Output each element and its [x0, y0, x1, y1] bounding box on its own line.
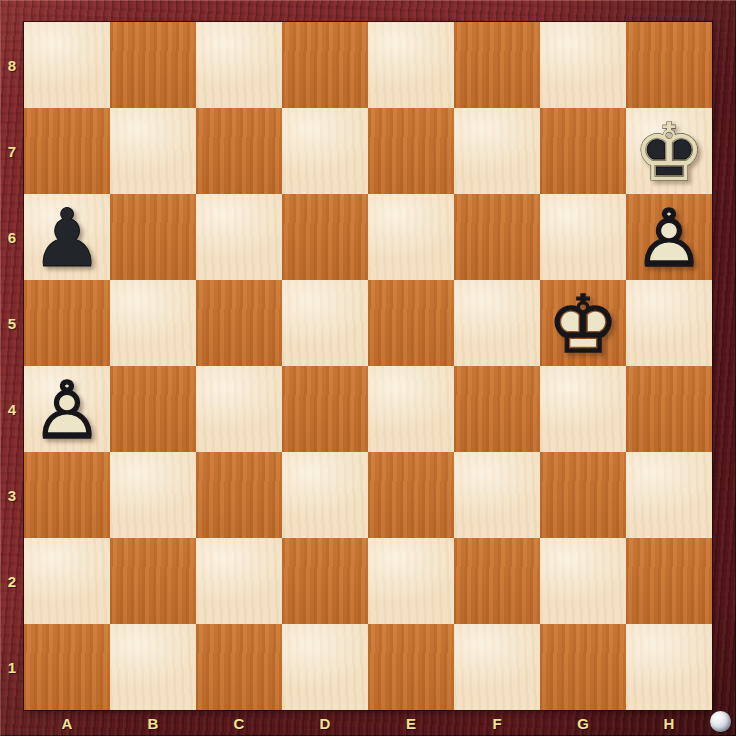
square-c8[interactable] [196, 22, 282, 108]
square-a4[interactable]: ♟♙ [24, 366, 110, 452]
square-g8[interactable] [540, 22, 626, 108]
rank-label-3: 3 [0, 452, 24, 538]
square-g7[interactable] [540, 108, 626, 194]
rank-label-4: 4 [0, 366, 24, 452]
file-label-c: C [196, 710, 282, 736]
square-e4[interactable] [368, 366, 454, 452]
square-d4[interactable] [282, 366, 368, 452]
square-c5[interactable] [196, 280, 282, 366]
square-h2[interactable] [626, 538, 712, 624]
square-f8[interactable] [454, 22, 540, 108]
file-label-h: H [626, 710, 712, 736]
square-b3[interactable] [110, 452, 196, 538]
chess-board: ♚♔♟♙♟♙♚♔♟♙ [24, 22, 712, 710]
square-g2[interactable] [540, 538, 626, 624]
square-f7[interactable] [454, 108, 540, 194]
square-c1[interactable] [196, 624, 282, 710]
square-b8[interactable] [110, 22, 196, 108]
pawn-glyph-outline: ♙ [626, 196, 712, 282]
square-a2[interactable] [24, 538, 110, 624]
rank-label-5: 5 [0, 280, 24, 366]
chess-board-frame: ♚♔♟♙♟♙♚♔♟♙ 12345678ABCDEFGH [0, 0, 736, 736]
black-pawn[interactable]: ♟♙ [24, 194, 110, 280]
square-e2[interactable] [368, 538, 454, 624]
square-f6[interactable] [454, 194, 540, 280]
square-f2[interactable] [454, 538, 540, 624]
rank-label-8: 8 [0, 22, 24, 108]
square-f3[interactable] [454, 452, 540, 538]
king-glyph-fill: ♚ [626, 110, 712, 196]
square-d3[interactable] [282, 452, 368, 538]
rank-label-2: 2 [0, 538, 24, 624]
square-c3[interactable] [196, 452, 282, 538]
square-h6[interactable]: ♟♙ [626, 194, 712, 280]
rank-label-1: 1 [0, 624, 24, 710]
square-e6[interactable] [368, 194, 454, 280]
square-h1[interactable] [626, 624, 712, 710]
king-glyph-outline: ♔ [626, 110, 712, 196]
square-b4[interactable] [110, 366, 196, 452]
square-g3[interactable] [540, 452, 626, 538]
pawn-glyph-fill: ♟ [24, 196, 110, 282]
square-f4[interactable] [454, 366, 540, 452]
square-d8[interactable] [282, 22, 368, 108]
square-e3[interactable] [368, 452, 454, 538]
square-e5[interactable] [368, 280, 454, 366]
black-king[interactable]: ♚♔ [626, 108, 712, 194]
pawn-glyph-outline: ♙ [24, 368, 110, 454]
white-pawn[interactable]: ♟♙ [626, 194, 712, 280]
square-b2[interactable] [110, 538, 196, 624]
square-h5[interactable] [626, 280, 712, 366]
square-e7[interactable] [368, 108, 454, 194]
square-d5[interactable] [282, 280, 368, 366]
square-b7[interactable] [110, 108, 196, 194]
pawn-glyph-fill: ♟ [24, 368, 110, 454]
square-f5[interactable] [454, 280, 540, 366]
white-pawn[interactable]: ♟♙ [24, 366, 110, 452]
square-a3[interactable] [24, 452, 110, 538]
square-a5[interactable] [24, 280, 110, 366]
square-g1[interactable] [540, 624, 626, 710]
file-label-d: D [282, 710, 368, 736]
file-label-b: B [110, 710, 196, 736]
square-b6[interactable] [110, 194, 196, 280]
square-d6[interactable] [282, 194, 368, 280]
square-g4[interactable] [540, 366, 626, 452]
white-king[interactable]: ♚♔ [540, 280, 626, 366]
king-glyph-outline: ♔ [540, 282, 626, 368]
square-d1[interactable] [282, 624, 368, 710]
file-label-f: F [454, 710, 540, 736]
square-h4[interactable] [626, 366, 712, 452]
pawn-glyph-fill: ♟ [626, 196, 712, 282]
square-h3[interactable] [626, 452, 712, 538]
square-b1[interactable] [110, 624, 196, 710]
rank-label-6: 6 [0, 194, 24, 280]
square-f1[interactable] [454, 624, 540, 710]
file-label-a: A [24, 710, 110, 736]
square-a7[interactable] [24, 108, 110, 194]
square-c7[interactable] [196, 108, 282, 194]
square-e8[interactable] [368, 22, 454, 108]
square-a8[interactable] [24, 22, 110, 108]
pawn-glyph-outline: ♙ [24, 196, 110, 282]
square-a6[interactable]: ♟♙ [24, 194, 110, 280]
square-c4[interactable] [196, 366, 282, 452]
square-g6[interactable] [540, 194, 626, 280]
square-h8[interactable] [626, 22, 712, 108]
file-label-e: E [368, 710, 454, 736]
king-glyph-fill: ♚ [540, 282, 626, 368]
square-b5[interactable] [110, 280, 196, 366]
square-g5[interactable]: ♚♔ [540, 280, 626, 366]
square-d2[interactable] [282, 538, 368, 624]
file-label-g: G [540, 710, 626, 736]
square-a1[interactable] [24, 624, 110, 710]
square-h7[interactable]: ♚♔ [626, 108, 712, 194]
white-to-move-indicator [710, 711, 731, 732]
square-d7[interactable] [282, 108, 368, 194]
square-c2[interactable] [196, 538, 282, 624]
rank-label-7: 7 [0, 108, 24, 194]
square-c6[interactable] [196, 194, 282, 280]
square-e1[interactable] [368, 624, 454, 710]
